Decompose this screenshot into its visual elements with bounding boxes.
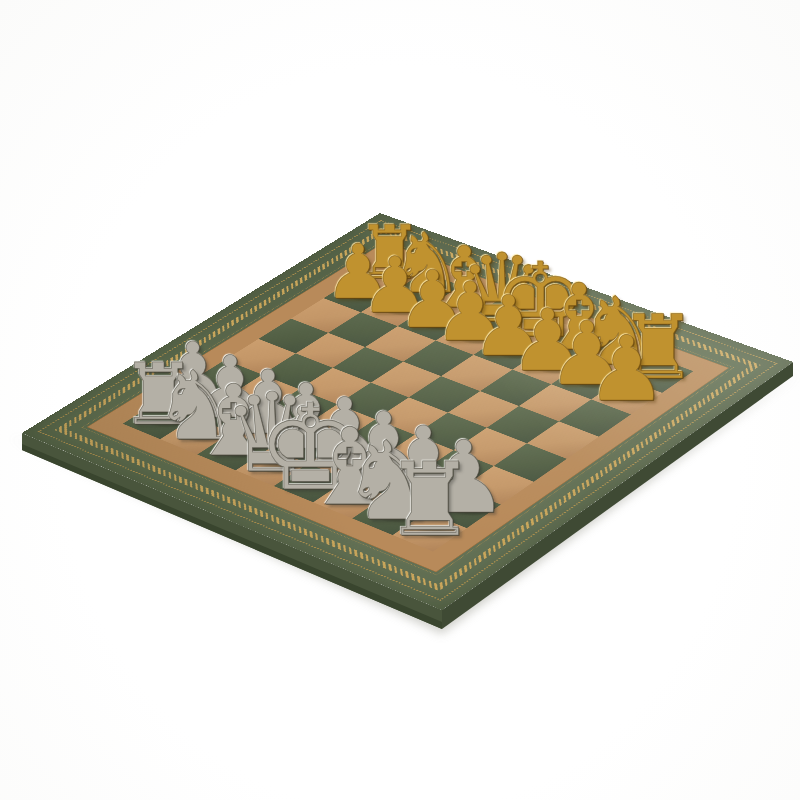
chess-set-photo: ♜♞♝♛♚♝♞♜♟♟♟♟♟♟♟♟♟♟♟♟♟♟♟♟♜♞♝♛♚♝♞♜ <box>0 0 800 800</box>
